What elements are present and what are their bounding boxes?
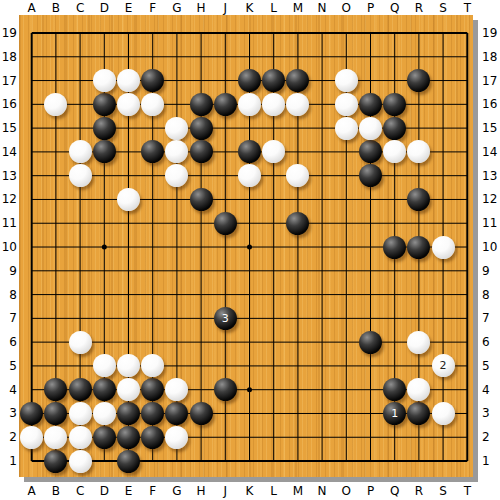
coord-top-R: R bbox=[415, 1, 423, 15]
white-stone-C13[interactable] bbox=[69, 164, 92, 187]
coord-right-13: 13 bbox=[482, 169, 500, 183]
coord-bottom-D: D bbox=[100, 484, 109, 498]
coord-left-12: 12 bbox=[1, 192, 17, 206]
white-stone-G15[interactable] bbox=[165, 117, 188, 140]
coord-top-C: C bbox=[76, 1, 84, 15]
coord-top-G: G bbox=[172, 1, 181, 15]
go-board[interactable]: 312 bbox=[19, 15, 473, 477]
black-stone-Q15[interactable] bbox=[383, 117, 406, 140]
coord-left-18: 18 bbox=[1, 50, 17, 64]
coord-left-2: 2 bbox=[1, 430, 17, 444]
coord-left-7: 7 bbox=[1, 311, 17, 325]
white-stone-E17[interactable] bbox=[117, 69, 140, 92]
black-stone-H14[interactable] bbox=[190, 140, 213, 163]
coord-bottom-N: N bbox=[318, 484, 327, 498]
coord-left-3: 3 bbox=[1, 406, 17, 420]
black-stone-Q3[interactable]: 1 bbox=[383, 402, 406, 425]
coord-left-6: 6 bbox=[1, 335, 17, 349]
white-stone-A2[interactable] bbox=[20, 426, 43, 449]
white-stone-P15[interactable] bbox=[359, 117, 382, 140]
black-stone-A3[interactable] bbox=[20, 402, 43, 425]
coord-top-L: L bbox=[270, 1, 277, 15]
coord-top-E: E bbox=[125, 1, 133, 15]
white-stone-C2[interactable] bbox=[69, 426, 92, 449]
coord-bottom-Q: Q bbox=[390, 484, 399, 498]
go-board-screen: 312 AABBCCDDEEFFGGHHJJKKLLMMNNOOPPQQRRSS… bbox=[0, 0, 500, 500]
coord-bottom-F: F bbox=[149, 484, 156, 498]
coord-top-K: K bbox=[246, 1, 254, 15]
white-stone-K16[interactable] bbox=[238, 93, 261, 116]
coord-left-4: 4 bbox=[1, 383, 17, 397]
white-stone-D17[interactable] bbox=[93, 69, 116, 92]
coord-right-11: 11 bbox=[482, 216, 500, 230]
coord-bottom-S: S bbox=[439, 484, 447, 498]
black-stone-B1[interactable] bbox=[44, 450, 67, 473]
coord-top-O: O bbox=[342, 1, 351, 15]
coord-right-17: 17 bbox=[482, 74, 500, 88]
white-stone-C3[interactable] bbox=[69, 402, 92, 425]
coord-left-9: 9 bbox=[1, 264, 17, 278]
white-stone-E16[interactable] bbox=[117, 93, 140, 116]
coord-bottom-C: C bbox=[76, 484, 84, 498]
coord-left-10: 10 bbox=[1, 240, 17, 254]
coord-left-19: 19 bbox=[1, 26, 17, 40]
black-stone-D16[interactable] bbox=[93, 93, 116, 116]
coord-top-N: N bbox=[318, 1, 327, 15]
coord-right-16: 16 bbox=[482, 97, 500, 111]
white-stone-C1[interactable] bbox=[69, 450, 92, 473]
white-stone-O16[interactable] bbox=[335, 93, 358, 116]
black-stone-E1[interactable] bbox=[117, 450, 140, 473]
coord-right-8: 8 bbox=[482, 288, 500, 302]
coord-right-9: 9 bbox=[482, 264, 500, 278]
white-stone-D3[interactable] bbox=[93, 402, 116, 425]
coord-top-D: D bbox=[100, 1, 109, 15]
white-stone-F16[interactable] bbox=[141, 93, 164, 116]
white-stone-R6[interactable] bbox=[407, 331, 430, 354]
white-stone-O17[interactable] bbox=[335, 69, 358, 92]
black-stone-J11[interactable] bbox=[214, 212, 237, 235]
white-stone-G2[interactable] bbox=[165, 426, 188, 449]
black-stone-D15[interactable] bbox=[93, 117, 116, 140]
coord-bottom-M: M bbox=[293, 484, 303, 498]
black-stone-M11[interactable] bbox=[286, 212, 309, 235]
black-stone-D2[interactable] bbox=[93, 426, 116, 449]
coord-right-18: 18 bbox=[482, 50, 500, 64]
white-stone-S10[interactable] bbox=[432, 236, 455, 259]
coord-right-4: 4 bbox=[482, 383, 500, 397]
coord-bottom-L: L bbox=[270, 484, 277, 498]
black-stone-H12[interactable] bbox=[190, 188, 213, 211]
coord-top-Q: Q bbox=[390, 1, 399, 15]
coord-left-13: 13 bbox=[1, 169, 17, 183]
white-stone-L16[interactable] bbox=[262, 93, 285, 116]
coord-left-16: 16 bbox=[1, 97, 17, 111]
black-stone-E3[interactable] bbox=[117, 402, 140, 425]
coord-top-M: M bbox=[293, 1, 303, 15]
white-stone-S3[interactable] bbox=[432, 402, 455, 425]
coord-right-15: 15 bbox=[482, 121, 500, 135]
star-point-K4 bbox=[247, 387, 252, 392]
coord-left-15: 15 bbox=[1, 121, 17, 135]
black-stone-P16[interactable] bbox=[359, 93, 382, 116]
move-number-label: 3 bbox=[214, 307, 237, 330]
black-stone-R10[interactable] bbox=[407, 236, 430, 259]
black-stone-D4[interactable] bbox=[93, 378, 116, 401]
coord-top-A: A bbox=[28, 1, 36, 15]
coord-left-8: 8 bbox=[1, 288, 17, 302]
coord-left-17: 17 bbox=[1, 74, 17, 88]
black-stone-H15[interactable] bbox=[190, 117, 213, 140]
black-stone-J4[interactable] bbox=[214, 378, 237, 401]
white-stone-B2[interactable] bbox=[44, 426, 67, 449]
coord-top-J: J bbox=[224, 1, 228, 15]
coord-left-1: 1 bbox=[1, 454, 17, 468]
coord-top-T: T bbox=[464, 1, 471, 15]
coord-left-5: 5 bbox=[1, 359, 17, 373]
coord-bottom-K: K bbox=[246, 484, 254, 498]
black-stone-Q16[interactable] bbox=[383, 93, 406, 116]
black-stone-F2[interactable] bbox=[141, 426, 164, 449]
coord-top-B: B bbox=[52, 1, 60, 15]
black-stone-P6[interactable] bbox=[359, 331, 382, 354]
coord-bottom-G: G bbox=[172, 484, 181, 498]
white-stone-C6[interactable] bbox=[69, 331, 92, 354]
coord-right-5: 5 bbox=[482, 359, 500, 373]
coord-top-F: F bbox=[149, 1, 156, 15]
black-stone-C4[interactable] bbox=[69, 378, 92, 401]
coord-right-2: 2 bbox=[482, 430, 500, 444]
coord-bottom-T: T bbox=[464, 484, 471, 498]
coord-right-19: 19 bbox=[482, 26, 500, 40]
white-stone-C14[interactable] bbox=[69, 140, 92, 163]
coord-top-S: S bbox=[439, 1, 447, 15]
star-point-K10 bbox=[247, 245, 252, 250]
coord-right-12: 12 bbox=[482, 192, 500, 206]
coord-bottom-J: J bbox=[224, 484, 228, 498]
coord-right-3: 3 bbox=[482, 406, 500, 420]
white-stone-S5[interactable]: 2 bbox=[432, 354, 455, 377]
coord-right-7: 7 bbox=[482, 311, 500, 325]
coord-bottom-B: B bbox=[52, 484, 60, 498]
coord-right-6: 6 bbox=[482, 335, 500, 349]
black-stone-E2[interactable] bbox=[117, 426, 140, 449]
black-stone-H3[interactable] bbox=[190, 402, 213, 425]
black-stone-F3[interactable] bbox=[141, 402, 164, 425]
move-number-label: 2 bbox=[432, 354, 455, 377]
coord-top-P: P bbox=[367, 1, 374, 15]
coord-bottom-P: P bbox=[367, 484, 374, 498]
white-stone-E12[interactable] bbox=[117, 188, 140, 211]
coord-right-10: 10 bbox=[482, 240, 500, 254]
white-stone-O15[interactable] bbox=[335, 117, 358, 140]
coord-left-11: 11 bbox=[1, 216, 17, 230]
coord-bottom-E: E bbox=[125, 484, 133, 498]
coord-bottom-H: H bbox=[197, 484, 206, 498]
coord-right-14: 14 bbox=[482, 145, 500, 159]
coord-bottom-O: O bbox=[342, 484, 351, 498]
star-point-D10 bbox=[102, 245, 107, 250]
coord-bottom-R: R bbox=[415, 484, 423, 498]
coord-bottom-A: A bbox=[28, 484, 36, 498]
coord-top-H: H bbox=[197, 1, 206, 15]
black-stone-K17[interactable] bbox=[238, 69, 261, 92]
black-stone-J7[interactable]: 3 bbox=[214, 307, 237, 330]
black-stone-Q10[interactable] bbox=[383, 236, 406, 259]
coord-right-1: 1 bbox=[482, 454, 500, 468]
black-stone-J16[interactable] bbox=[214, 93, 237, 116]
move-number-label: 1 bbox=[383, 402, 406, 425]
coord-left-14: 14 bbox=[1, 145, 17, 159]
black-stone-H16[interactable] bbox=[190, 93, 213, 116]
